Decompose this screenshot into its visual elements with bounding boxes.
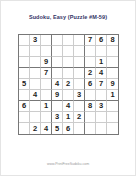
sudoku-cell-empty (74, 68, 85, 79)
sudoku-cell-empty (30, 68, 41, 79)
sudoku-cell-empty (74, 101, 85, 112)
sudoku-cell-empty (96, 46, 107, 57)
sudoku-cell-given: 8 (85, 101, 96, 112)
sudoku-cell-given: 3 (30, 35, 41, 46)
sudoku-cell-empty (107, 101, 118, 112)
sudoku-cell-empty (41, 79, 52, 90)
sudoku-cell-given: 6 (63, 123, 74, 134)
sudoku-cell-given: 4 (30, 90, 41, 101)
sudoku-cell-empty (74, 46, 85, 57)
sudoku-cell-given: 4 (41, 123, 52, 134)
sudoku-cell-given: 4 (52, 79, 63, 90)
sudoku-cell-given: 7 (85, 35, 96, 46)
sudoku-cell-empty (19, 90, 30, 101)
sudoku-cell-empty (19, 46, 30, 57)
sudoku-cell-given: 2 (85, 68, 96, 79)
sudoku-cell-empty (30, 101, 41, 112)
sudoku-cell-given: 7 (41, 68, 52, 79)
sudoku-cell-empty (85, 112, 96, 123)
sudoku-cell-empty (30, 79, 41, 90)
sudoku-cell-empty (96, 123, 107, 134)
sudoku-cell-empty (107, 57, 118, 68)
sudoku-cell-given: 1 (96, 57, 107, 68)
sudoku-cell-empty (85, 46, 96, 57)
sudoku-cell-given: 5 (19, 79, 30, 90)
sudoku-cell-empty (52, 57, 63, 68)
sudoku-cell-empty (52, 35, 63, 46)
sudoku-cell-empty (96, 90, 107, 101)
sudoku-cell-empty (19, 112, 30, 123)
sudoku-cell-given: 7 (96, 79, 107, 90)
sudoku-cell-given: 6 (96, 35, 107, 46)
sudoku-cell-empty (74, 123, 85, 134)
sudoku-cell-given: 4 (63, 101, 74, 112)
sudoku-cell-empty (19, 57, 30, 68)
sudoku-cell-given: 6 (19, 101, 30, 112)
sudoku-cell-empty (19, 68, 30, 79)
page-title: Sudoku, Easy (Puzzle #M-59) (1, 14, 135, 20)
sudoku-cell-empty (52, 68, 63, 79)
sudoku-cell-empty (41, 90, 52, 101)
sudoku-cell-empty (107, 68, 118, 79)
sudoku-cell-empty (63, 46, 74, 57)
sudoku-cell-empty (85, 123, 96, 134)
sudoku-cell-empty (107, 46, 118, 57)
sudoku-board: 3768917245426794931614833122456 (18, 34, 119, 135)
sudoku-cell-empty (63, 35, 74, 46)
sudoku-cell-empty (85, 90, 96, 101)
sudoku-cell-empty (63, 68, 74, 79)
sudoku-cell-empty (30, 112, 41, 123)
footer-url: www.PrintFreeSudoku.com (1, 162, 135, 166)
sudoku-cell-empty (74, 79, 85, 90)
sudoku-cell-given: 9 (107, 79, 118, 90)
sudoku-cell-empty (19, 35, 30, 46)
sudoku-cell-empty (41, 35, 52, 46)
sudoku-cell-empty (107, 112, 118, 123)
sudoku-printable-page: Sudoku, Easy (Puzzle #M-59) 376891724542… (0, 0, 136, 176)
sudoku-cell-empty (107, 123, 118, 134)
sudoku-cell-empty (41, 46, 52, 57)
sudoku-cell-given: 3 (96, 101, 107, 112)
sudoku-cell-empty (52, 46, 63, 57)
sudoku-cell-empty (63, 57, 74, 68)
sudoku-cell-given: 3 (74, 90, 85, 101)
sudoku-cell-empty (30, 46, 41, 57)
sudoku-cell-empty (74, 57, 85, 68)
sudoku-cell-empty (19, 123, 30, 134)
sudoku-cell-empty (74, 35, 85, 46)
sudoku-cell-given: 9 (41, 57, 52, 68)
sudoku-cell-empty (30, 57, 41, 68)
sudoku-cell-given: 1 (107, 90, 118, 101)
sudoku-cell-given: 6 (85, 79, 96, 90)
sudoku-cell-given: 4 (96, 68, 107, 79)
sudoku-cell-given: 2 (63, 79, 74, 90)
sudoku-cell-empty (52, 101, 63, 112)
sudoku-cell-given: 1 (63, 112, 74, 123)
sudoku-cell-empty (41, 112, 52, 123)
sudoku-cell-given: 2 (30, 123, 41, 134)
sudoku-cell-given: 1 (41, 101, 52, 112)
sudoku-cell-given: 5 (52, 123, 63, 134)
sudoku-cell-empty (85, 57, 96, 68)
sudoku-cell-given: 9 (52, 90, 63, 101)
sudoku-cell-given: 2 (74, 112, 85, 123)
sudoku-cell-given: 8 (107, 35, 118, 46)
sudoku-cell-given: 3 (52, 112, 63, 123)
sudoku-cell-empty (96, 112, 107, 123)
sudoku-cell-empty (63, 90, 74, 101)
